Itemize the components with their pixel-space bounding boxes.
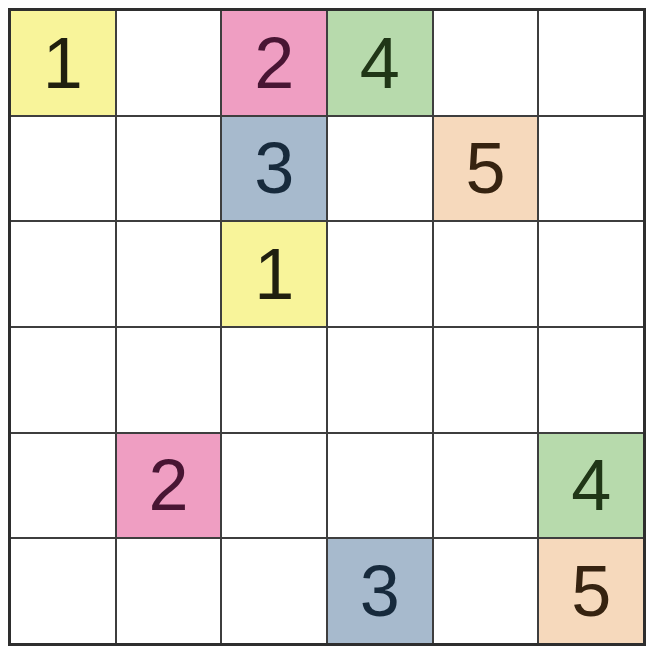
cell-r5c2[interactable]: 2 (117, 434, 221, 538)
cell-r6c4[interactable]: 3 (328, 539, 432, 643)
cell-r1c6[interactable] (539, 11, 643, 115)
cell-r2c2[interactable] (117, 117, 221, 221)
cell-r2c6[interactable] (539, 117, 643, 221)
cell-r5c4[interactable] (328, 434, 432, 538)
cell-r6c6[interactable]: 5 (539, 539, 643, 643)
cell-r1c5[interactable] (434, 11, 538, 115)
cell-r1c3[interactable]: 2 (222, 11, 326, 115)
cell-r5c1[interactable] (11, 434, 115, 538)
cell-r4c1[interactable] (11, 328, 115, 432)
cell-r6c3[interactable] (222, 539, 326, 643)
cell-r5c5[interactable] (434, 434, 538, 538)
cell-r4c2[interactable] (117, 328, 221, 432)
cell-r3c1[interactable] (11, 222, 115, 326)
cell-r1c4[interactable]: 4 (328, 11, 432, 115)
cell-r6c1[interactable] (11, 539, 115, 643)
cell-r3c5[interactable] (434, 222, 538, 326)
cell-r2c5[interactable]: 5 (434, 117, 538, 221)
cell-r2c4[interactable] (328, 117, 432, 221)
cell-r3c4[interactable] (328, 222, 432, 326)
cell-r3c6[interactable] (539, 222, 643, 326)
cell-r2c3[interactable]: 3 (222, 117, 326, 221)
cell-r4c4[interactable] (328, 328, 432, 432)
cell-r3c2[interactable] (117, 222, 221, 326)
cell-r1c1[interactable]: 1 (11, 11, 115, 115)
cell-r4c5[interactable] (434, 328, 538, 432)
board: 1243512435 (8, 8, 646, 646)
cell-r2c1[interactable] (11, 117, 115, 221)
cell-r5c6[interactable]: 4 (539, 434, 643, 538)
cell-r4c3[interactable] (222, 328, 326, 432)
puzzle-page: 1243512435 (0, 0, 654, 654)
cell-r6c5[interactable] (434, 539, 538, 643)
cell-r5c3[interactable] (222, 434, 326, 538)
cell-r4c6[interactable] (539, 328, 643, 432)
cell-r1c2[interactable] (117, 11, 221, 115)
cell-r3c3[interactable]: 1 (222, 222, 326, 326)
cell-r6c2[interactable] (117, 539, 221, 643)
